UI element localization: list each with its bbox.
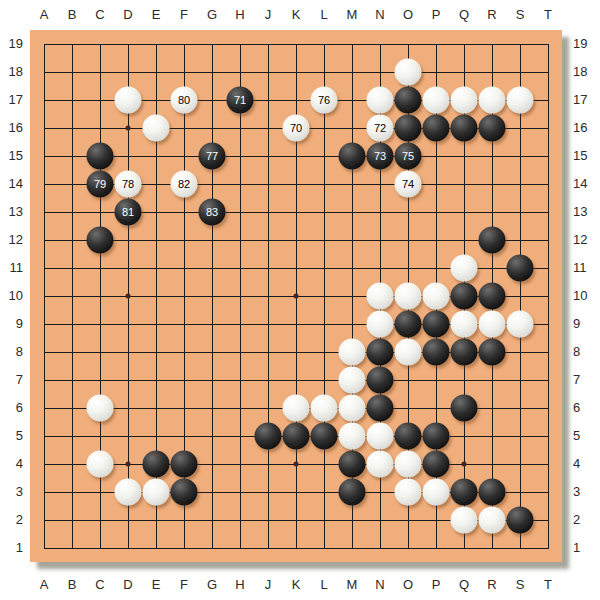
stone-n10 [367, 283, 394, 310]
stone-q16 [451, 115, 478, 142]
coord-label: D [114, 0, 142, 30]
coord-label: 16 [570, 114, 600, 142]
stone-j5 [255, 423, 282, 450]
coord-label: 17 [570, 86, 600, 114]
coord-label: R [478, 0, 506, 30]
stone-d14: 78 [115, 171, 142, 198]
coord-label: 18 [570, 58, 600, 86]
star-point [126, 462, 131, 467]
stone-d13: 81 [115, 199, 142, 226]
coord-label: P [422, 0, 450, 30]
coord-label: H [226, 570, 254, 600]
stone-o17 [395, 87, 422, 114]
stone-f17: 80 [171, 87, 198, 114]
coord-label: 12 [570, 226, 600, 254]
coord-label: 15 [570, 142, 600, 170]
star-point [294, 462, 299, 467]
stone-n16: 72 [367, 115, 394, 142]
stone-q10 [451, 283, 478, 310]
coord-label: 12 [0, 226, 30, 254]
coord-label: 2 [570, 506, 600, 534]
stone-o4 [395, 451, 422, 478]
go-board: 8071767072777375797882748183 [30, 30, 562, 562]
coord-label: 4 [0, 450, 30, 478]
coord-label: K [282, 570, 310, 600]
stone-e16 [143, 115, 170, 142]
coord-label: 10 [0, 282, 30, 310]
coord-label: J [254, 0, 282, 30]
stone-r2 [479, 507, 506, 534]
coord-label: 14 [0, 170, 30, 198]
stone-p8 [423, 339, 450, 366]
stone-o18 [395, 59, 422, 86]
coord-label: 6 [0, 394, 30, 422]
stone-q2 [451, 507, 478, 534]
stone-m7 [339, 367, 366, 394]
stone-m15 [339, 143, 366, 170]
coord-label: A [30, 570, 58, 600]
coord-label: B [58, 0, 86, 30]
stone-o16 [395, 115, 422, 142]
coord-label: 15 [0, 142, 30, 170]
coord-label: L [310, 570, 338, 600]
star-point [462, 462, 467, 467]
stone-f14: 82 [171, 171, 198, 198]
stone-d3 [115, 479, 142, 506]
coord-label: A [30, 0, 58, 30]
stone-o5 [395, 423, 422, 450]
coord-label: O [394, 570, 422, 600]
coord-labels-bottom: ABCDEFGHJKLMNOPQRST [30, 570, 562, 600]
coord-label: 9 [570, 310, 600, 338]
stone-q17 [451, 87, 478, 114]
coord-label: Q [450, 570, 478, 600]
go-diagram: ABCDEFGHJKLMNOPQRST ABCDEFGHJKLMNOPQRST … [0, 0, 600, 600]
coord-label: 19 [0, 30, 30, 58]
coord-label: D [114, 570, 142, 600]
stone-o10 [395, 283, 422, 310]
stone-o8 [395, 339, 422, 366]
coord-label: J [254, 570, 282, 600]
stone-m3 [339, 479, 366, 506]
stone-k5 [283, 423, 310, 450]
coord-label: H [226, 0, 254, 30]
star-point [126, 126, 131, 131]
stone-g15: 77 [199, 143, 226, 170]
stone-h17: 71 [227, 87, 254, 114]
stone-r10 [479, 283, 506, 310]
stone-p5 [423, 423, 450, 450]
coord-label: N [366, 570, 394, 600]
coord-label: 11 [0, 254, 30, 282]
stone-r17 [479, 87, 506, 114]
stone-d17 [115, 87, 142, 114]
star-point [294, 294, 299, 299]
coord-label: 3 [570, 478, 600, 506]
coord-label: R [478, 570, 506, 600]
coord-label: O [394, 0, 422, 30]
stone-r16 [479, 115, 506, 142]
stone-c6 [87, 395, 114, 422]
stone-k6 [283, 395, 310, 422]
coord-label: P [422, 570, 450, 600]
coord-label: 17 [0, 86, 30, 114]
stone-p10 [423, 283, 450, 310]
stone-r9 [479, 311, 506, 338]
coord-label: 14 [570, 170, 600, 198]
stone-c12 [87, 227, 114, 254]
stone-p16 [423, 115, 450, 142]
coord-label: 5 [0, 422, 30, 450]
stone-p9 [423, 311, 450, 338]
stone-n6 [367, 395, 394, 422]
stone-m4 [339, 451, 366, 478]
coord-label: 3 [0, 478, 30, 506]
coord-label: C [86, 570, 114, 600]
stone-p3 [423, 479, 450, 506]
coord-label: M [338, 570, 366, 600]
coord-label: 18 [0, 58, 30, 86]
coord-label: 7 [0, 366, 30, 394]
coord-label: G [198, 570, 226, 600]
coord-label: 4 [570, 450, 600, 478]
stone-m8 [339, 339, 366, 366]
coord-labels-top: ABCDEFGHJKLMNOPQRST [30, 0, 562, 30]
stone-o9 [395, 311, 422, 338]
stone-q8 [451, 339, 478, 366]
stone-e4 [143, 451, 170, 478]
coord-label: 2 [0, 506, 30, 534]
coord-labels-left: 19181716151413121110987654321 [0, 30, 30, 562]
coord-label: S [506, 570, 534, 600]
coord-label: 19 [570, 30, 600, 58]
stone-n8 [367, 339, 394, 366]
stone-r12 [479, 227, 506, 254]
coord-label: 8 [0, 338, 30, 366]
stone-q3 [451, 479, 478, 506]
stone-o3 [395, 479, 422, 506]
stone-c15 [87, 143, 114, 170]
star-point [126, 294, 131, 299]
stone-s17 [507, 87, 534, 114]
coord-label: L [310, 0, 338, 30]
coord-label: 13 [0, 198, 30, 226]
stone-n7 [367, 367, 394, 394]
stone-n9 [367, 311, 394, 338]
stone-m6 [339, 395, 366, 422]
stone-s9 [507, 311, 534, 338]
coord-label: E [142, 0, 170, 30]
stone-k16: 70 [283, 115, 310, 142]
coord-label: T [534, 0, 562, 30]
stone-s2 [507, 507, 534, 534]
coord-label: 10 [570, 282, 600, 310]
coord-label: M [338, 0, 366, 30]
stone-q11 [451, 255, 478, 282]
coord-label: F [170, 0, 198, 30]
stone-o15: 75 [395, 143, 422, 170]
stone-m5 [339, 423, 366, 450]
stone-c4 [87, 451, 114, 478]
stone-l5 [311, 423, 338, 450]
coord-label: E [142, 570, 170, 600]
coord-label: 7 [570, 366, 600, 394]
coord-label: F [170, 570, 198, 600]
stone-q6 [451, 395, 478, 422]
stone-o14: 74 [395, 171, 422, 198]
coord-label: K [282, 0, 310, 30]
stone-c14: 79 [87, 171, 114, 198]
coord-label: 5 [570, 422, 600, 450]
stone-f4 [171, 451, 198, 478]
coord-label: 1 [570, 534, 600, 562]
stone-l6 [311, 395, 338, 422]
coord-label: T [534, 570, 562, 600]
stone-e3 [143, 479, 170, 506]
coord-label: 1 [0, 534, 30, 562]
coord-label: G [198, 0, 226, 30]
stone-n15: 73 [367, 143, 394, 170]
coord-label: 11 [570, 254, 600, 282]
stone-s11 [507, 255, 534, 282]
stone-g13: 83 [199, 199, 226, 226]
stone-r3 [479, 479, 506, 506]
coord-label: B [58, 570, 86, 600]
stone-r8 [479, 339, 506, 366]
coord-label: 13 [570, 198, 600, 226]
stone-n17 [367, 87, 394, 114]
coord-label: Q [450, 0, 478, 30]
coord-label: 8 [570, 338, 600, 366]
coord-labels-right: 19181716151413121110987654321 [570, 30, 600, 562]
coord-label: N [366, 0, 394, 30]
stone-p4 [423, 451, 450, 478]
stone-q9 [451, 311, 478, 338]
stone-p17 [423, 87, 450, 114]
stone-n4 [367, 451, 394, 478]
coord-label: 9 [0, 310, 30, 338]
coord-label: S [506, 0, 534, 30]
coord-label: 6 [570, 394, 600, 422]
stone-l17: 76 [311, 87, 338, 114]
coord-label: 16 [0, 114, 30, 142]
stone-n5 [367, 423, 394, 450]
coord-label: C [86, 0, 114, 30]
stone-f3 [171, 479, 198, 506]
